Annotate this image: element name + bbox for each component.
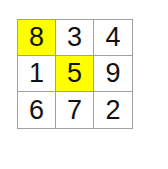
grid-cell-r1c2: 3 xyxy=(56,20,94,56)
grid-cell-r3c3: 2 xyxy=(94,92,132,128)
grid-cell-r1c3: 4 xyxy=(94,20,132,56)
grid-cell-r2c1: 1 xyxy=(18,56,56,92)
grid-cell-r3c2: 7 xyxy=(56,92,94,128)
magic-square-board: 834159672 xyxy=(17,19,133,129)
grid-cell-r2c2: 5 xyxy=(56,56,94,92)
grid-cell-r3c1: 6 xyxy=(18,92,56,128)
grid-cell-r2c3: 9 xyxy=(94,56,132,92)
grid-cell-r1c1: 8 xyxy=(18,20,56,56)
